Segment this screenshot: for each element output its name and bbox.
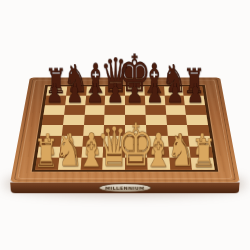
piece-black-pawn: ♟ — [106, 83, 123, 105]
square-e1: ♚ — [125, 158, 147, 170]
square-a5 — [42, 115, 64, 125]
square-f7: ♟ — [145, 96, 165, 105]
piece-black-pawn: ♟ — [146, 83, 163, 105]
square-g7: ♟ — [164, 96, 185, 105]
square-h6 — [185, 105, 206, 115]
piece-black-pawn: ♟ — [166, 83, 183, 105]
square-c1: ♝ — [80, 158, 103, 170]
piece-black-pawn: ♟ — [66, 83, 83, 105]
chessboard-scene: ♜♞♝♛♚♝♞♜♟♟♟♟♟♟♟♟♟♟♟♟♟♟♟♟♜♞♝♛♚♝♞♜ MILLENN… — [0, 0, 250, 250]
board-front-edge: MILLENNIUM — [10, 182, 240, 193]
chessboard: ♜♞♝♛♚♝♞♜♟♟♟♟♟♟♟♟♟♟♟♟♟♟♟♟♜♞♝♛♚♝♞♜ MILLENN… — [10, 77, 240, 182]
board-squares: ♜♞♝♛♚♝♞♜♟♟♟♟♟♟♟♟♟♟♟♟♟♟♟♟♜♞♝♛♚♝♞♜ — [32, 85, 218, 172]
square-d7: ♟ — [105, 96, 125, 105]
square-c6 — [84, 105, 105, 115]
piece-black-pawn: ♟ — [186, 83, 203, 105]
piece-white-bishop: ♝ — [76, 132, 106, 170]
piece-white-king: ♚ — [117, 122, 155, 170]
square-a7: ♟ — [45, 96, 66, 105]
piece-black-pawn: ♟ — [46, 83, 63, 105]
square-c7: ♟ — [85, 96, 105, 105]
brand-label: MILLENNIUM — [105, 185, 145, 190]
square-e7: ♟ — [125, 96, 145, 105]
square-h7: ♟ — [184, 96, 205, 105]
square-b6 — [64, 105, 85, 115]
square-a6 — [44, 105, 65, 115]
square-b7: ♟ — [65, 96, 86, 105]
square-h5 — [186, 115, 208, 125]
piece-black-pawn: ♟ — [126, 83, 143, 105]
brand-plaque: MILLENNIUM — [99, 183, 152, 192]
piece-black-pawn: ♟ — [86, 83, 103, 105]
square-g6 — [165, 105, 186, 115]
